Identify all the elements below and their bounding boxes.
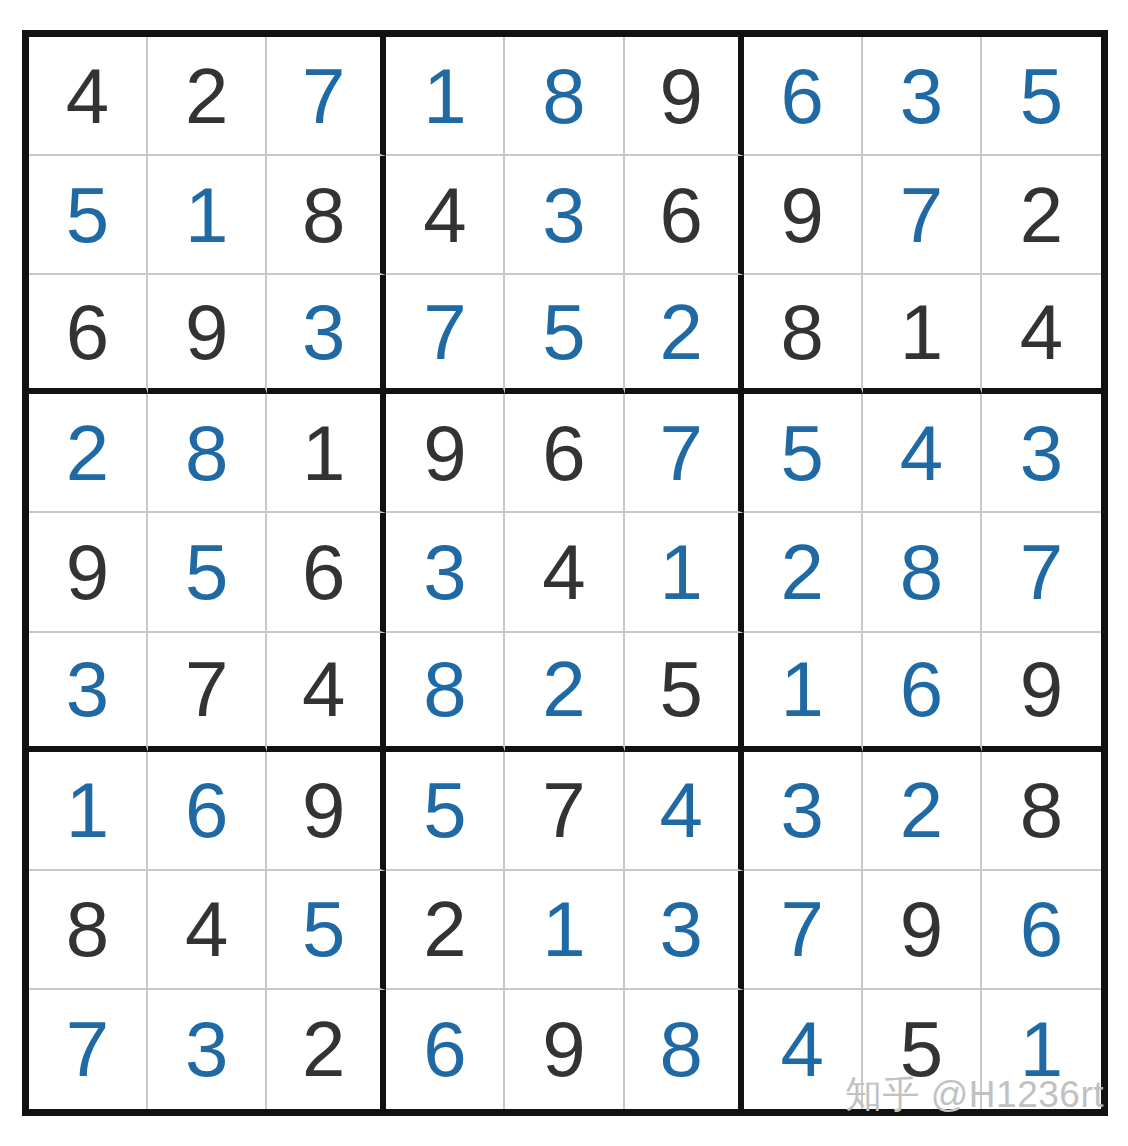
page: 4271896355184369726937528142819675439563… (0, 0, 1128, 1146)
cell-r7c8[interactable]: 2 (863, 752, 982, 871)
cell-r2c5[interactable]: 3 (505, 156, 624, 275)
cell-r3c1[interactable]: 6 (29, 275, 148, 394)
cell-r6c5[interactable]: 2 (505, 633, 624, 752)
cell-r7c2[interactable]: 6 (148, 752, 267, 871)
cell-r1c1[interactable]: 4 (29, 37, 148, 156)
cell-r4c7[interactable]: 5 (744, 394, 863, 513)
cell-r7c3[interactable]: 9 (267, 752, 386, 871)
cell-r7c5[interactable]: 7 (505, 752, 624, 871)
cell-r9c3[interactable]: 2 (267, 990, 386, 1109)
cell-r9c5[interactable]: 9 (505, 990, 624, 1109)
cell-r3c8[interactable]: 1 (863, 275, 982, 394)
cell-r7c6[interactable]: 4 (625, 752, 744, 871)
cell-r5c4[interactable]: 3 (386, 513, 505, 632)
cell-r8c1[interactable]: 8 (29, 871, 148, 990)
cell-r8c3[interactable]: 5 (267, 871, 386, 990)
cell-r3c2[interactable]: 9 (148, 275, 267, 394)
cell-r5c2[interactable]: 5 (148, 513, 267, 632)
cell-r7c9[interactable]: 8 (982, 752, 1101, 871)
cell-r5c5[interactable]: 4 (505, 513, 624, 632)
cell-r7c7[interactable]: 3 (744, 752, 863, 871)
cell-r8c8[interactable]: 9 (863, 871, 982, 990)
cell-r2c9[interactable]: 2 (982, 156, 1101, 275)
cell-r7c4[interactable]: 5 (386, 752, 505, 871)
cell-r3c7[interactable]: 8 (744, 275, 863, 394)
cell-r6c7[interactable]: 1 (744, 633, 863, 752)
cell-r4c9[interactable]: 3 (982, 394, 1101, 513)
cell-r5c6[interactable]: 1 (625, 513, 744, 632)
cell-r3c9[interactable]: 4 (982, 275, 1101, 394)
cell-r7c1[interactable]: 1 (29, 752, 148, 871)
cell-r8c2[interactable]: 4 (148, 871, 267, 990)
cell-r2c8[interactable]: 7 (863, 156, 982, 275)
cell-r2c7[interactable]: 9 (744, 156, 863, 275)
cell-r6c6[interactable]: 5 (625, 633, 744, 752)
cell-r6c8[interactable]: 6 (863, 633, 982, 752)
cell-r5c3[interactable]: 6 (267, 513, 386, 632)
cell-r5c1[interactable]: 9 (29, 513, 148, 632)
cell-r5c7[interactable]: 2 (744, 513, 863, 632)
cell-r6c2[interactable]: 7 (148, 633, 267, 752)
cell-r2c6[interactable]: 6 (625, 156, 744, 275)
cell-r4c6[interactable]: 7 (625, 394, 744, 513)
cell-r4c2[interactable]: 8 (148, 394, 267, 513)
cell-r8c5[interactable]: 1 (505, 871, 624, 990)
cell-r1c2[interactable]: 2 (148, 37, 267, 156)
cell-r8c9[interactable]: 6 (982, 871, 1101, 990)
cell-r9c4[interactable]: 6 (386, 990, 505, 1109)
cell-r4c1[interactable]: 2 (29, 394, 148, 513)
cell-r1c7[interactable]: 6 (744, 37, 863, 156)
cell-r1c8[interactable]: 3 (863, 37, 982, 156)
cell-r9c1[interactable]: 7 (29, 990, 148, 1109)
cell-r2c3[interactable]: 8 (267, 156, 386, 275)
cell-r3c4[interactable]: 7 (386, 275, 505, 394)
cell-r2c1[interactable]: 5 (29, 156, 148, 275)
cell-r6c1[interactable]: 3 (29, 633, 148, 752)
cell-r5c9[interactable]: 7 (982, 513, 1101, 632)
cell-r3c3[interactable]: 3 (267, 275, 386, 394)
cell-r3c5[interactable]: 5 (505, 275, 624, 394)
cell-r3c6[interactable]: 2 (625, 275, 744, 394)
cell-r8c4[interactable]: 2 (386, 871, 505, 990)
cell-r6c4[interactable]: 8 (386, 633, 505, 752)
cell-r4c3[interactable]: 1 (267, 394, 386, 513)
cell-r9c6[interactable]: 8 (625, 990, 744, 1109)
cell-r9c2[interactable]: 3 (148, 990, 267, 1109)
watermark: 知乎 @H1236rt (845, 1070, 1104, 1120)
cell-r4c5[interactable]: 6 (505, 394, 624, 513)
cell-r2c2[interactable]: 1 (148, 156, 267, 275)
cell-r5c8[interactable]: 8 (863, 513, 982, 632)
cell-r4c4[interactable]: 9 (386, 394, 505, 513)
cell-r1c3[interactable]: 7 (267, 37, 386, 156)
cell-r4c8[interactable]: 4 (863, 394, 982, 513)
cell-r2c4[interactable]: 4 (386, 156, 505, 275)
cell-r1c5[interactable]: 8 (505, 37, 624, 156)
cell-r1c6[interactable]: 9 (625, 37, 744, 156)
cell-r6c3[interactable]: 4 (267, 633, 386, 752)
cell-r8c6[interactable]: 3 (625, 871, 744, 990)
cell-r8c7[interactable]: 7 (744, 871, 863, 990)
cell-r1c4[interactable]: 1 (386, 37, 505, 156)
cell-r6c9[interactable]: 9 (982, 633, 1101, 752)
cell-r1c9[interactable]: 5 (982, 37, 1101, 156)
sudoku-board: 4271896355184369726937528142819675439563… (22, 30, 1108, 1116)
